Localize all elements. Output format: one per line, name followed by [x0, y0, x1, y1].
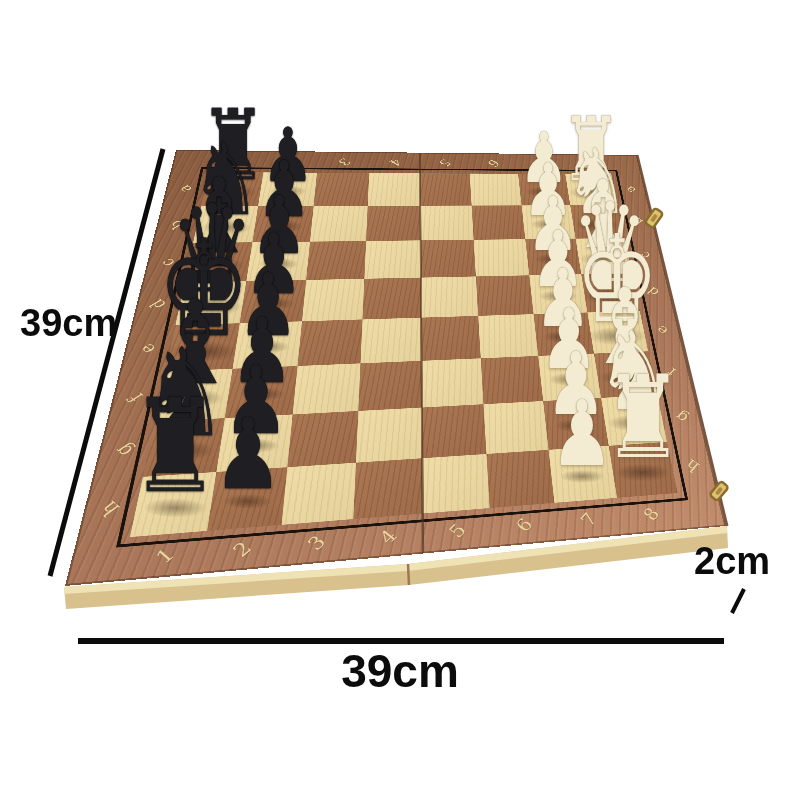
- thickness-dimension-label: 2cm: [694, 540, 770, 583]
- dimension-line-left: [50, 149, 163, 576]
- product-photo-stage: aabbccddeeffgghh1122334455667788 ♜♞♝♛♚♝♞…: [0, 0, 800, 800]
- latch-icon: [709, 481, 728, 501]
- dimension-tick-thickness: [732, 589, 744, 613]
- left-dimension-label: 39cm: [20, 302, 117, 345]
- bottom-dimension-label: 39cm: [320, 644, 480, 698]
- latch-icon: [645, 208, 664, 228]
